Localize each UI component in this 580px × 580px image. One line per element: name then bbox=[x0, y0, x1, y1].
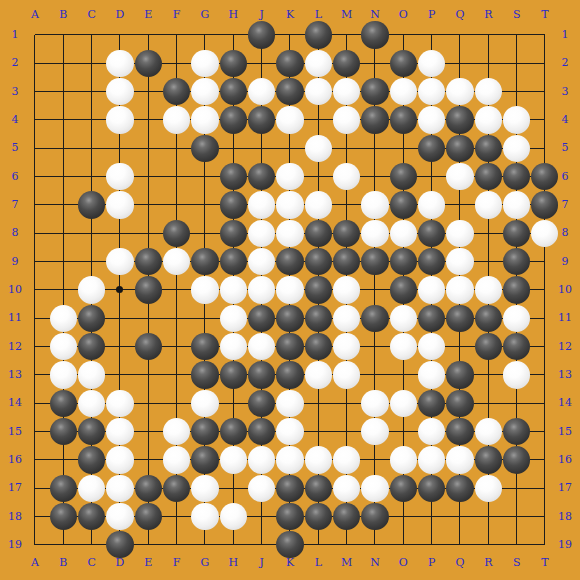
intersection-M2[interactable] bbox=[332, 49, 360, 77]
intersection-S17[interactable] bbox=[502, 474, 530, 502]
intersection-E9[interactable] bbox=[134, 247, 162, 275]
intersection-L18[interactable] bbox=[304, 502, 332, 530]
intersection-B11[interactable] bbox=[49, 304, 77, 332]
intersection-C1[interactable] bbox=[77, 21, 105, 49]
intersection-K8[interactable] bbox=[276, 219, 304, 247]
intersection-N17[interactable] bbox=[361, 474, 389, 502]
intersection-H18[interactable] bbox=[219, 502, 247, 530]
intersection-N1[interactable] bbox=[361, 21, 389, 49]
intersection-P4[interactable] bbox=[417, 106, 445, 134]
intersection-N5[interactable] bbox=[361, 134, 389, 162]
intersection-P19[interactable] bbox=[417, 531, 445, 559]
intersection-N15[interactable] bbox=[361, 417, 389, 445]
intersection-G5[interactable] bbox=[191, 134, 219, 162]
intersection-K17[interactable] bbox=[276, 474, 304, 502]
intersection-F4[interactable] bbox=[162, 106, 190, 134]
intersection-K1[interactable] bbox=[276, 21, 304, 49]
intersection-O19[interactable] bbox=[389, 531, 417, 559]
intersection-H6[interactable] bbox=[219, 162, 247, 190]
intersection-D1[interactable] bbox=[106, 21, 134, 49]
intersection-B12[interactable] bbox=[49, 332, 77, 360]
intersection-Q4[interactable] bbox=[446, 106, 474, 134]
intersection-C9[interactable] bbox=[77, 247, 105, 275]
intersection-J7[interactable] bbox=[247, 191, 275, 219]
intersection-L10[interactable] bbox=[304, 276, 332, 304]
intersection-K5[interactable] bbox=[276, 134, 304, 162]
intersection-P17[interactable] bbox=[417, 474, 445, 502]
intersection-B19[interactable] bbox=[49, 531, 77, 559]
intersection-F11[interactable] bbox=[162, 304, 190, 332]
intersection-L12[interactable] bbox=[304, 332, 332, 360]
intersection-H14[interactable] bbox=[219, 389, 247, 417]
intersection-O12[interactable] bbox=[389, 332, 417, 360]
intersection-J15[interactable] bbox=[247, 417, 275, 445]
intersection-C11[interactable] bbox=[77, 304, 105, 332]
intersection-K2[interactable] bbox=[276, 49, 304, 77]
intersection-R1[interactable] bbox=[474, 21, 502, 49]
intersection-O4[interactable] bbox=[389, 106, 417, 134]
intersection-N11[interactable] bbox=[361, 304, 389, 332]
intersection-F1[interactable] bbox=[162, 21, 190, 49]
intersection-F8[interactable] bbox=[162, 219, 190, 247]
intersection-M9[interactable] bbox=[332, 247, 360, 275]
intersection-R16[interactable] bbox=[474, 446, 502, 474]
intersection-Q2[interactable] bbox=[446, 49, 474, 77]
intersection-N10[interactable] bbox=[361, 276, 389, 304]
intersection-L17[interactable] bbox=[304, 474, 332, 502]
intersection-D15[interactable] bbox=[106, 417, 134, 445]
intersection-S7[interactable] bbox=[502, 191, 530, 219]
intersection-C3[interactable] bbox=[77, 77, 105, 105]
intersection-O2[interactable] bbox=[389, 49, 417, 77]
intersection-R9[interactable] bbox=[474, 247, 502, 275]
intersection-H16[interactable] bbox=[219, 446, 247, 474]
intersection-G15[interactable] bbox=[191, 417, 219, 445]
intersection-N3[interactable] bbox=[361, 77, 389, 105]
intersection-P6[interactable] bbox=[417, 162, 445, 190]
intersection-E15[interactable] bbox=[134, 417, 162, 445]
intersection-D13[interactable] bbox=[106, 361, 134, 389]
intersection-D4[interactable] bbox=[106, 106, 134, 134]
intersection-G18[interactable] bbox=[191, 502, 219, 530]
intersection-Q19[interactable] bbox=[446, 531, 474, 559]
intersection-M7[interactable] bbox=[332, 191, 360, 219]
intersection-D17[interactable] bbox=[106, 474, 134, 502]
intersection-C2[interactable] bbox=[77, 49, 105, 77]
intersection-D3[interactable] bbox=[106, 77, 134, 105]
intersection-D18[interactable] bbox=[106, 502, 134, 530]
intersection-G17[interactable] bbox=[191, 474, 219, 502]
intersection-H5[interactable] bbox=[219, 134, 247, 162]
intersection-C12[interactable] bbox=[77, 332, 105, 360]
intersection-Q11[interactable] bbox=[446, 304, 474, 332]
intersection-C14[interactable] bbox=[77, 389, 105, 417]
intersection-S12[interactable] bbox=[502, 332, 530, 360]
intersection-O13[interactable] bbox=[389, 361, 417, 389]
intersection-C13[interactable] bbox=[77, 361, 105, 389]
intersection-M18[interactable] bbox=[332, 502, 360, 530]
intersection-G6[interactable] bbox=[191, 162, 219, 190]
intersection-S9[interactable] bbox=[502, 247, 530, 275]
intersection-O5[interactable] bbox=[389, 134, 417, 162]
intersection-S4[interactable] bbox=[502, 106, 530, 134]
intersection-R14[interactable] bbox=[474, 389, 502, 417]
intersection-G7[interactable] bbox=[191, 191, 219, 219]
intersection-L1[interactable] bbox=[304, 21, 332, 49]
intersection-F16[interactable] bbox=[162, 446, 190, 474]
intersection-R3[interactable] bbox=[474, 77, 502, 105]
intersection-N2[interactable] bbox=[361, 49, 389, 77]
intersection-P1[interactable] bbox=[417, 21, 445, 49]
intersection-J6[interactable] bbox=[247, 162, 275, 190]
intersection-O14[interactable] bbox=[389, 389, 417, 417]
intersection-E1[interactable] bbox=[134, 21, 162, 49]
intersection-H10[interactable] bbox=[219, 276, 247, 304]
intersection-Q8[interactable] bbox=[446, 219, 474, 247]
intersection-B5[interactable] bbox=[49, 134, 77, 162]
intersection-L11[interactable] bbox=[304, 304, 332, 332]
intersection-Q9[interactable] bbox=[446, 247, 474, 275]
intersection-K10[interactable] bbox=[276, 276, 304, 304]
intersection-Q5[interactable] bbox=[446, 134, 474, 162]
intersection-G1[interactable] bbox=[191, 21, 219, 49]
intersection-L4[interactable] bbox=[304, 106, 332, 134]
intersection-O9[interactable] bbox=[389, 247, 417, 275]
intersection-P15[interactable] bbox=[417, 417, 445, 445]
intersection-D2[interactable] bbox=[106, 49, 134, 77]
intersection-O6[interactable] bbox=[389, 162, 417, 190]
intersection-L19[interactable] bbox=[304, 531, 332, 559]
intersection-N7[interactable] bbox=[361, 191, 389, 219]
intersection-F18[interactable] bbox=[162, 502, 190, 530]
intersection-P8[interactable] bbox=[417, 219, 445, 247]
intersection-J1[interactable] bbox=[247, 21, 275, 49]
intersection-M10[interactable] bbox=[332, 276, 360, 304]
intersection-C7[interactable] bbox=[77, 191, 105, 219]
intersection-L16[interactable] bbox=[304, 446, 332, 474]
intersection-Q18[interactable] bbox=[446, 502, 474, 530]
intersection-B4[interactable] bbox=[49, 106, 77, 134]
intersection-R12[interactable] bbox=[474, 332, 502, 360]
intersection-N4[interactable] bbox=[361, 106, 389, 134]
intersection-C16[interactable] bbox=[77, 446, 105, 474]
intersection-O10[interactable] bbox=[389, 276, 417, 304]
intersection-B3[interactable] bbox=[49, 77, 77, 105]
intersection-K19[interactable] bbox=[276, 531, 304, 559]
intersection-B1[interactable] bbox=[49, 21, 77, 49]
intersection-D16[interactable] bbox=[106, 446, 134, 474]
intersection-N14[interactable] bbox=[361, 389, 389, 417]
intersection-N8[interactable] bbox=[361, 219, 389, 247]
intersection-F6[interactable] bbox=[162, 162, 190, 190]
intersection-R8[interactable] bbox=[474, 219, 502, 247]
intersection-K4[interactable] bbox=[276, 106, 304, 134]
intersection-S15[interactable] bbox=[502, 417, 530, 445]
intersection-Q6[interactable] bbox=[446, 162, 474, 190]
intersection-P3[interactable] bbox=[417, 77, 445, 105]
intersection-S13[interactable] bbox=[502, 361, 530, 389]
intersection-F2[interactable] bbox=[162, 49, 190, 77]
intersection-Q10[interactable] bbox=[446, 276, 474, 304]
intersection-B2[interactable] bbox=[49, 49, 77, 77]
intersection-K7[interactable] bbox=[276, 191, 304, 219]
intersection-M3[interactable] bbox=[332, 77, 360, 105]
intersection-B8[interactable] bbox=[49, 219, 77, 247]
intersection-J18[interactable] bbox=[247, 502, 275, 530]
intersection-L8[interactable] bbox=[304, 219, 332, 247]
intersection-O15[interactable] bbox=[389, 417, 417, 445]
intersection-O1[interactable] bbox=[389, 21, 417, 49]
intersection-P13[interactable] bbox=[417, 361, 445, 389]
intersection-B18[interactable] bbox=[49, 502, 77, 530]
intersection-S16[interactable] bbox=[502, 446, 530, 474]
intersection-Q13[interactable] bbox=[446, 361, 474, 389]
intersection-H1[interactable] bbox=[219, 21, 247, 49]
intersection-T8[interactable] bbox=[531, 219, 559, 247]
intersection-T7[interactable] bbox=[531, 191, 559, 219]
intersection-O7[interactable] bbox=[389, 191, 417, 219]
intersection-E11[interactable] bbox=[134, 304, 162, 332]
intersection-R10[interactable] bbox=[474, 276, 502, 304]
intersection-K15[interactable] bbox=[276, 417, 304, 445]
intersection-F13[interactable] bbox=[162, 361, 190, 389]
intersection-E14[interactable] bbox=[134, 389, 162, 417]
intersection-Q12[interactable] bbox=[446, 332, 474, 360]
intersection-S5[interactable] bbox=[502, 134, 530, 162]
intersection-D10[interactable] bbox=[106, 276, 134, 304]
intersection-L3[interactable] bbox=[304, 77, 332, 105]
intersection-D7[interactable] bbox=[106, 191, 134, 219]
intersection-L5[interactable] bbox=[304, 134, 332, 162]
intersection-H19[interactable] bbox=[219, 531, 247, 559]
intersection-P2[interactable] bbox=[417, 49, 445, 77]
intersection-E8[interactable] bbox=[134, 219, 162, 247]
intersection-G14[interactable] bbox=[191, 389, 219, 417]
intersection-D19[interactable] bbox=[106, 531, 134, 559]
intersection-G13[interactable] bbox=[191, 361, 219, 389]
intersection-S10[interactable] bbox=[502, 276, 530, 304]
intersection-E6[interactable] bbox=[134, 162, 162, 190]
intersection-J12[interactable] bbox=[247, 332, 275, 360]
intersection-M13[interactable] bbox=[332, 361, 360, 389]
intersection-M16[interactable] bbox=[332, 446, 360, 474]
intersection-K16[interactable] bbox=[276, 446, 304, 474]
intersection-P14[interactable] bbox=[417, 389, 445, 417]
intersection-D9[interactable] bbox=[106, 247, 134, 275]
intersection-R15[interactable] bbox=[474, 417, 502, 445]
intersection-S18[interactable] bbox=[502, 502, 530, 530]
intersection-R18[interactable] bbox=[474, 502, 502, 530]
intersection-G11[interactable] bbox=[191, 304, 219, 332]
intersection-R19[interactable] bbox=[474, 531, 502, 559]
intersection-F15[interactable] bbox=[162, 417, 190, 445]
intersection-H12[interactable] bbox=[219, 332, 247, 360]
intersection-C4[interactable] bbox=[77, 106, 105, 134]
intersection-S14[interactable] bbox=[502, 389, 530, 417]
intersection-F12[interactable] bbox=[162, 332, 190, 360]
intersection-O16[interactable] bbox=[389, 446, 417, 474]
intersection-N6[interactable] bbox=[361, 162, 389, 190]
intersection-M1[interactable] bbox=[332, 21, 360, 49]
intersection-F3[interactable] bbox=[162, 77, 190, 105]
intersection-J5[interactable] bbox=[247, 134, 275, 162]
intersection-E10[interactable] bbox=[134, 276, 162, 304]
intersection-P7[interactable] bbox=[417, 191, 445, 219]
intersection-R6[interactable] bbox=[474, 162, 502, 190]
intersection-P12[interactable] bbox=[417, 332, 445, 360]
intersection-B14[interactable] bbox=[49, 389, 77, 417]
intersection-Q16[interactable] bbox=[446, 446, 474, 474]
intersection-H3[interactable] bbox=[219, 77, 247, 105]
intersection-S3[interactable] bbox=[502, 77, 530, 105]
intersection-K18[interactable] bbox=[276, 502, 304, 530]
intersection-E7[interactable] bbox=[134, 191, 162, 219]
intersection-K3[interactable] bbox=[276, 77, 304, 105]
intersection-C15[interactable] bbox=[77, 417, 105, 445]
intersection-D11[interactable] bbox=[106, 304, 134, 332]
intersection-S8[interactable] bbox=[502, 219, 530, 247]
intersection-E4[interactable] bbox=[134, 106, 162, 134]
intersection-N18[interactable] bbox=[361, 502, 389, 530]
intersection-H15[interactable] bbox=[219, 417, 247, 445]
intersection-G3[interactable] bbox=[191, 77, 219, 105]
intersection-Q17[interactable] bbox=[446, 474, 474, 502]
intersection-Q15[interactable] bbox=[446, 417, 474, 445]
intersection-M12[interactable] bbox=[332, 332, 360, 360]
intersection-J2[interactable] bbox=[247, 49, 275, 77]
intersection-B16[interactable] bbox=[49, 446, 77, 474]
intersection-E18[interactable] bbox=[134, 502, 162, 530]
intersection-N9[interactable] bbox=[361, 247, 389, 275]
intersection-K6[interactable] bbox=[276, 162, 304, 190]
intersection-C19[interactable] bbox=[77, 531, 105, 559]
intersection-N13[interactable] bbox=[361, 361, 389, 389]
intersection-R17[interactable] bbox=[474, 474, 502, 502]
intersection-B13[interactable] bbox=[49, 361, 77, 389]
intersection-J4[interactable] bbox=[247, 106, 275, 134]
intersection-N16[interactable] bbox=[361, 446, 389, 474]
intersection-N12[interactable] bbox=[361, 332, 389, 360]
intersection-M11[interactable] bbox=[332, 304, 360, 332]
intersection-H17[interactable] bbox=[219, 474, 247, 502]
intersection-E12[interactable] bbox=[134, 332, 162, 360]
intersection-D5[interactable] bbox=[106, 134, 134, 162]
intersection-Q7[interactable] bbox=[446, 191, 474, 219]
intersection-D14[interactable] bbox=[106, 389, 134, 417]
intersection-D6[interactable] bbox=[106, 162, 134, 190]
intersection-T6[interactable] bbox=[531, 162, 559, 190]
intersection-Q3[interactable] bbox=[446, 77, 474, 105]
intersection-G16[interactable] bbox=[191, 446, 219, 474]
intersection-G9[interactable] bbox=[191, 247, 219, 275]
intersection-L9[interactable] bbox=[304, 247, 332, 275]
intersection-H13[interactable] bbox=[219, 361, 247, 389]
intersection-J13[interactable] bbox=[247, 361, 275, 389]
intersection-F7[interactable] bbox=[162, 191, 190, 219]
intersection-E17[interactable] bbox=[134, 474, 162, 502]
intersection-L6[interactable] bbox=[304, 162, 332, 190]
intersection-H2[interactable] bbox=[219, 49, 247, 77]
intersection-O18[interactable] bbox=[389, 502, 417, 530]
intersection-L7[interactable] bbox=[304, 191, 332, 219]
intersection-P5[interactable] bbox=[417, 134, 445, 162]
intersection-P18[interactable] bbox=[417, 502, 445, 530]
intersection-K9[interactable] bbox=[276, 247, 304, 275]
intersection-E2[interactable] bbox=[134, 49, 162, 77]
intersection-J17[interactable] bbox=[247, 474, 275, 502]
intersection-H11[interactable] bbox=[219, 304, 247, 332]
intersection-C5[interactable] bbox=[77, 134, 105, 162]
intersection-P11[interactable] bbox=[417, 304, 445, 332]
intersection-M5[interactable] bbox=[332, 134, 360, 162]
intersection-G2[interactable] bbox=[191, 49, 219, 77]
intersection-R4[interactable] bbox=[474, 106, 502, 134]
intersection-K11[interactable] bbox=[276, 304, 304, 332]
intersection-J3[interactable] bbox=[247, 77, 275, 105]
intersection-E13[interactable] bbox=[134, 361, 162, 389]
intersection-H7[interactable] bbox=[219, 191, 247, 219]
intersection-K12[interactable] bbox=[276, 332, 304, 360]
intersection-E16[interactable] bbox=[134, 446, 162, 474]
intersection-M14[interactable] bbox=[332, 389, 360, 417]
intersection-B9[interactable] bbox=[49, 247, 77, 275]
intersection-M8[interactable] bbox=[332, 219, 360, 247]
intersection-M4[interactable] bbox=[332, 106, 360, 134]
intersection-Q1[interactable] bbox=[446, 21, 474, 49]
intersection-B6[interactable] bbox=[49, 162, 77, 190]
intersection-K14[interactable] bbox=[276, 389, 304, 417]
intersection-O8[interactable] bbox=[389, 219, 417, 247]
intersection-C17[interactable] bbox=[77, 474, 105, 502]
intersection-G19[interactable] bbox=[191, 531, 219, 559]
intersection-L14[interactable] bbox=[304, 389, 332, 417]
intersection-K13[interactable] bbox=[276, 361, 304, 389]
intersection-G8[interactable] bbox=[191, 219, 219, 247]
intersection-R7[interactable] bbox=[474, 191, 502, 219]
intersection-J9[interactable] bbox=[247, 247, 275, 275]
intersection-R2[interactable] bbox=[474, 49, 502, 77]
intersection-J8[interactable] bbox=[247, 219, 275, 247]
intersection-F5[interactable] bbox=[162, 134, 190, 162]
intersection-G4[interactable] bbox=[191, 106, 219, 134]
intersection-P10[interactable] bbox=[417, 276, 445, 304]
intersection-H4[interactable] bbox=[219, 106, 247, 134]
intersection-P9[interactable] bbox=[417, 247, 445, 275]
intersection-D12[interactable] bbox=[106, 332, 134, 360]
intersection-G10[interactable] bbox=[191, 276, 219, 304]
intersection-B17[interactable] bbox=[49, 474, 77, 502]
intersection-M17[interactable] bbox=[332, 474, 360, 502]
intersection-L15[interactable] bbox=[304, 417, 332, 445]
intersection-J10[interactable] bbox=[247, 276, 275, 304]
intersection-C6[interactable] bbox=[77, 162, 105, 190]
intersection-C8[interactable] bbox=[77, 219, 105, 247]
intersection-J16[interactable] bbox=[247, 446, 275, 474]
intersection-J14[interactable] bbox=[247, 389, 275, 417]
intersection-L13[interactable] bbox=[304, 361, 332, 389]
intersection-B10[interactable] bbox=[49, 276, 77, 304]
intersection-E19[interactable] bbox=[134, 531, 162, 559]
intersection-O3[interactable] bbox=[389, 77, 417, 105]
intersection-E5[interactable] bbox=[134, 134, 162, 162]
intersection-R11[interactable] bbox=[474, 304, 502, 332]
intersection-S2[interactable] bbox=[502, 49, 530, 77]
intersection-N19[interactable] bbox=[361, 531, 389, 559]
intersection-H8[interactable] bbox=[219, 219, 247, 247]
intersection-M6[interactable] bbox=[332, 162, 360, 190]
intersection-S1[interactable] bbox=[502, 21, 530, 49]
intersection-B15[interactable] bbox=[49, 417, 77, 445]
